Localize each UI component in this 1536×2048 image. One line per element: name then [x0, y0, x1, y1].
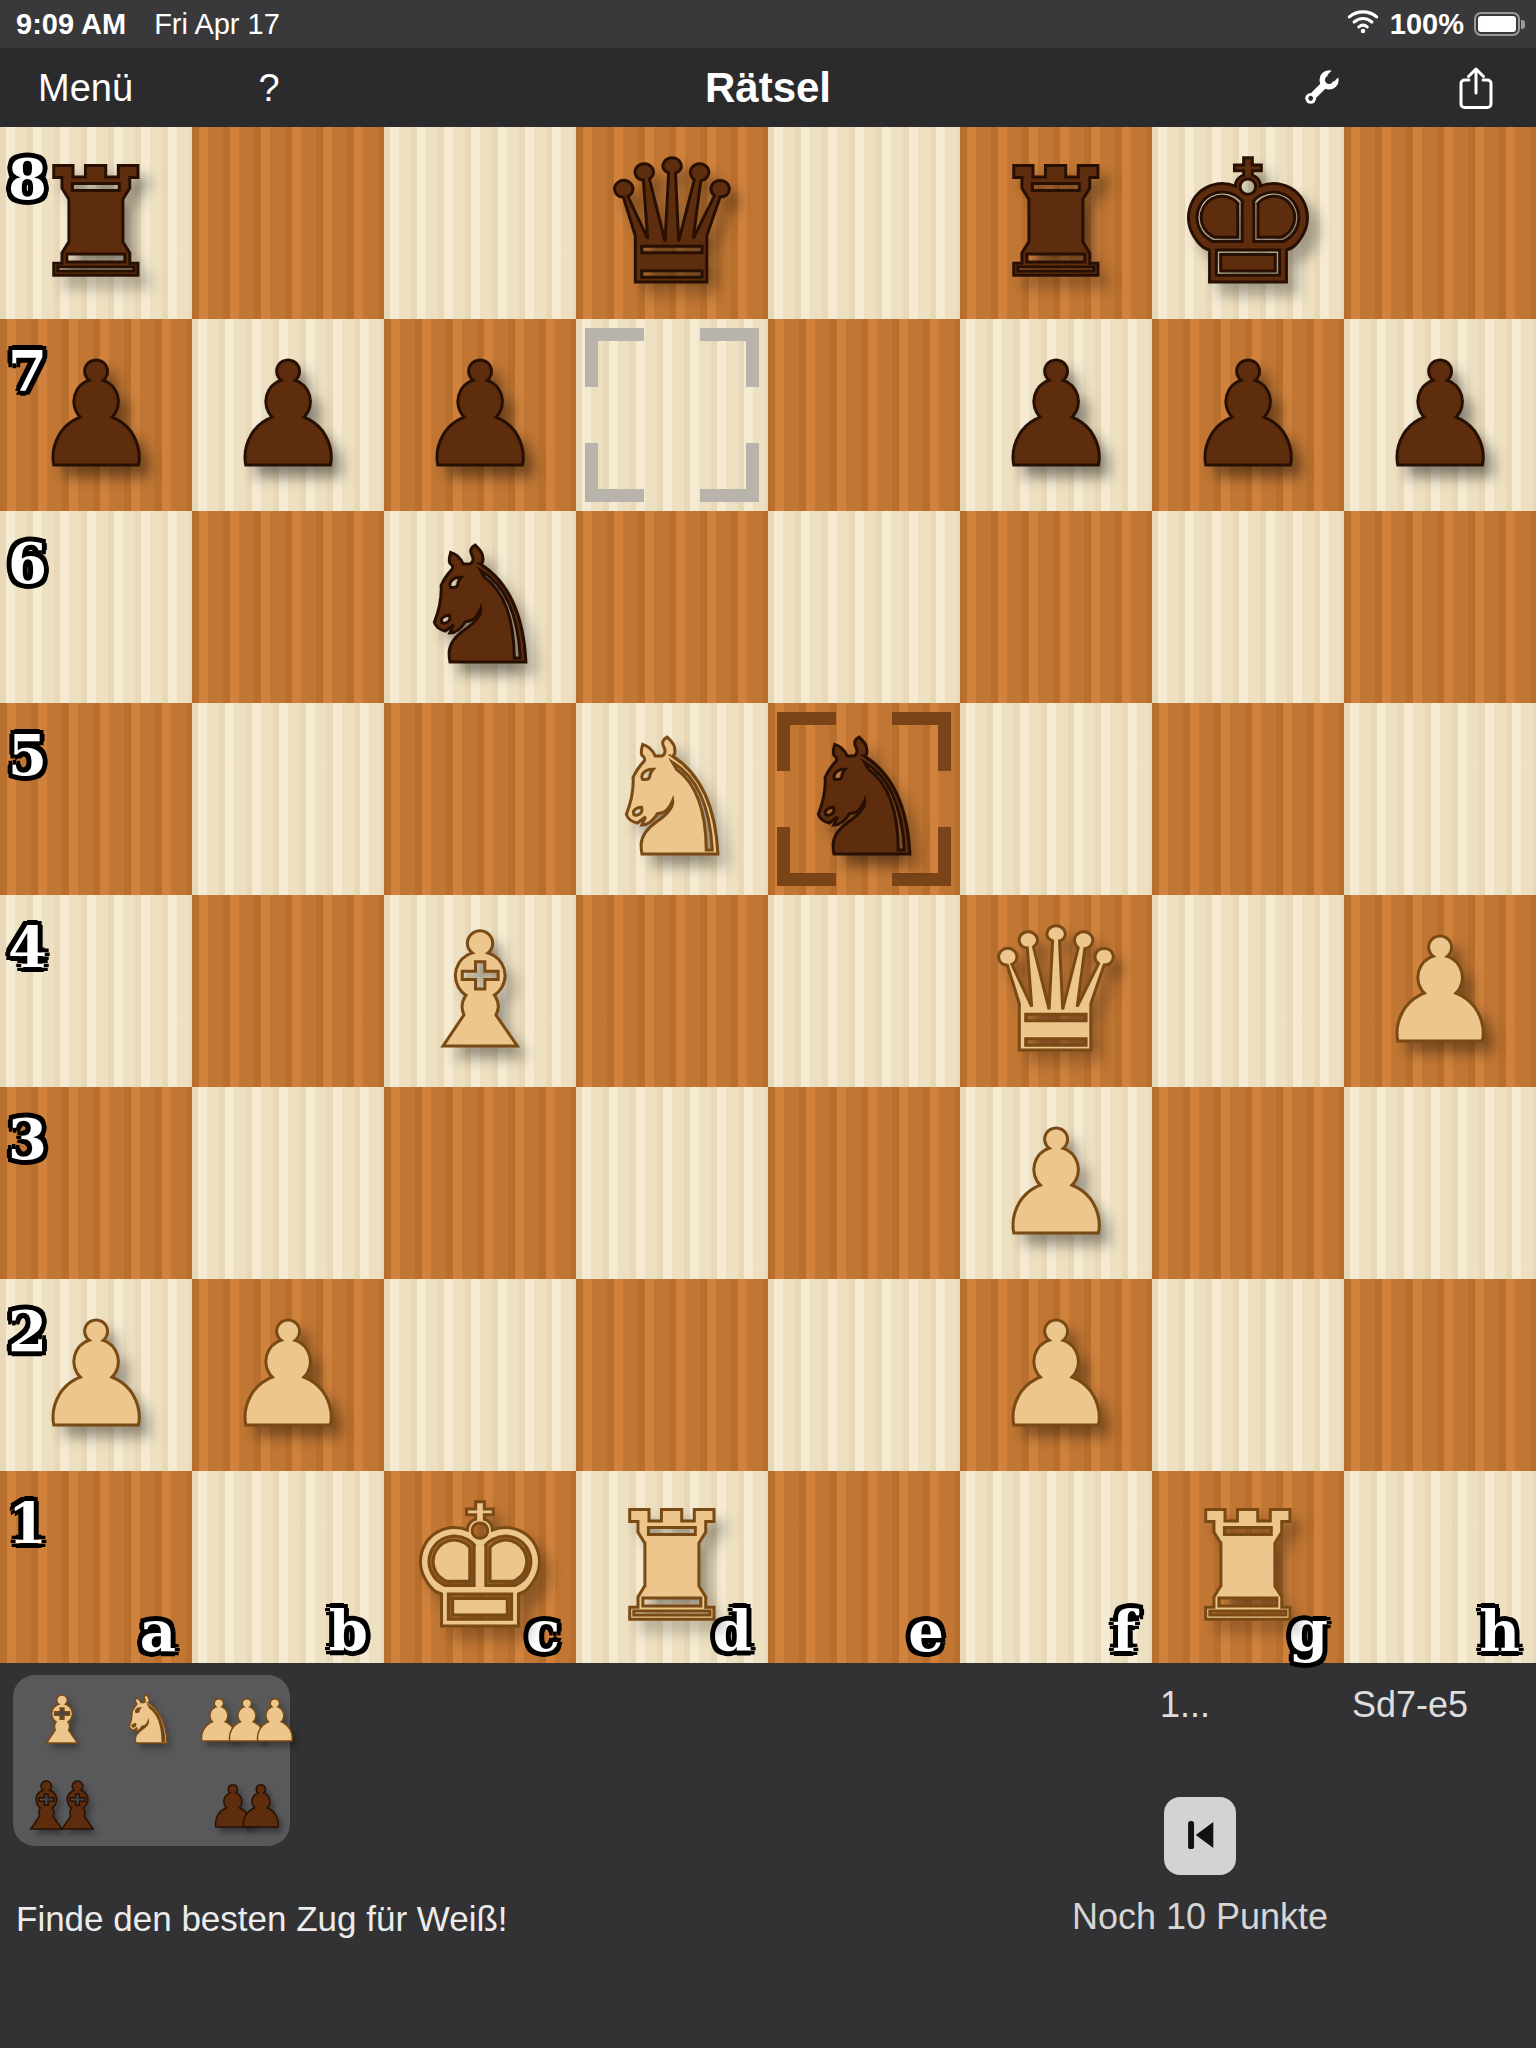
piece-white-pawn: ♟ — [960, 1087, 1152, 1279]
square-e5[interactable]: ♞ — [768, 703, 960, 895]
square-e3[interactable] — [768, 1087, 960, 1279]
square-g1[interactable]: g♜ — [1152, 1471, 1344, 1663]
captured-black-pawns: ♟♟ — [207, 1778, 287, 1836]
square-b5[interactable] — [192, 703, 384, 895]
piece-black-knight: ♞ — [384, 511, 576, 703]
piece-black-king: ♚ — [1152, 127, 1344, 319]
square-a1[interactable]: 1a — [0, 1471, 192, 1663]
square-d7[interactable] — [576, 319, 768, 511]
square-d8[interactable]: ♛ — [576, 127, 768, 319]
square-b3[interactable] — [192, 1087, 384, 1279]
square-b8[interactable] — [192, 127, 384, 319]
square-e1[interactable]: e — [768, 1471, 960, 1663]
square-d3[interactable] — [576, 1087, 768, 1279]
captured-white-bishop: ♝ — [32, 1688, 91, 1754]
square-c6[interactable]: ♞ — [384, 511, 576, 703]
battery-percent: 100% — [1390, 8, 1464, 41]
square-f2[interactable]: ♟ — [960, 1279, 1152, 1471]
square-d5[interactable]: ♞ — [576, 703, 768, 895]
piece-white-pawn: ♟ — [960, 1279, 1152, 1471]
piece-white-pawn: ♟ — [192, 1279, 384, 1471]
square-c7[interactable]: ♟ — [384, 319, 576, 511]
square-c4[interactable]: ♝ — [384, 895, 576, 1087]
file-label: a — [140, 1603, 176, 1659]
rank-label: 6 — [8, 535, 47, 591]
captured-pieces-tray: ♝♞♟♟♟♝♝♟♟ — [13, 1675, 290, 1846]
square-d6[interactable] — [576, 511, 768, 703]
square-f6[interactable] — [960, 511, 1152, 703]
chess-board: 8♜♛♜♚7♟♟♟♟♟♟6♞5♞♞4♝♛♟3♟2♟♟♟1abc♚d♜efg♜h — [0, 127, 1536, 1663]
square-h3[interactable] — [1344, 1087, 1536, 1279]
square-g8[interactable]: ♚ — [1152, 127, 1344, 319]
square-a8[interactable]: 8♜ — [0, 127, 192, 319]
rank-label: 1 — [8, 1495, 47, 1551]
rank-label: 3 — [8, 1111, 47, 1167]
square-h1[interactable]: h — [1344, 1471, 1536, 1663]
file-label: e — [908, 1603, 944, 1659]
square-h8[interactable] — [1344, 127, 1536, 319]
settings-wrench-icon[interactable] — [1296, 63, 1346, 113]
piece-white-rook: ♜ — [1152, 1471, 1344, 1663]
square-f3[interactable]: ♟ — [960, 1087, 1152, 1279]
piece-black-pawn: ♟ — [1344, 319, 1536, 511]
square-a5[interactable]: 5 — [0, 703, 192, 895]
square-g7[interactable]: ♟ — [1152, 319, 1344, 511]
captured-white-pawns: ♟♟♟ — [193, 1692, 301, 1750]
last-move: Sd7-e5 — [1352, 1684, 1468, 1726]
piece-white-knight: ♞ — [576, 703, 768, 895]
battery-icon — [1474, 12, 1520, 36]
nav-bar: Menü ? Rätsel — [0, 48, 1536, 127]
square-b7[interactable]: ♟ — [192, 319, 384, 511]
square-b1[interactable]: b — [192, 1471, 384, 1663]
square-a7[interactable]: 7♟ — [0, 319, 192, 511]
square-c8[interactable] — [384, 127, 576, 319]
square-e7[interactable] — [768, 319, 960, 511]
square-f4[interactable]: ♛ — [960, 895, 1152, 1087]
piece-black-pawn: ♟ — [1152, 319, 1344, 511]
clock-time: 9:09 AM — [16, 8, 126, 41]
square-f8[interactable]: ♜ — [960, 127, 1152, 319]
captured-white-knight: ♞ — [118, 1688, 177, 1754]
square-g4[interactable] — [1152, 895, 1344, 1087]
piece-black-pawn: ♟ — [960, 319, 1152, 511]
skip-to-start-icon — [1179, 1811, 1221, 1862]
piece-black-rook: ♜ — [0, 127, 192, 319]
piece-black-pawn: ♟ — [384, 319, 576, 511]
rank-label: 5 — [8, 727, 47, 783]
file-label: b — [329, 1603, 368, 1659]
move-number: 1... — [1160, 1684, 1210, 1726]
piece-white-bishop: ♝ — [384, 895, 576, 1087]
square-e4[interactable] — [768, 895, 960, 1087]
square-a3[interactable]: 3 — [0, 1087, 192, 1279]
file-label: f — [1112, 1603, 1136, 1659]
square-g3[interactable] — [1152, 1087, 1344, 1279]
square-d1[interactable]: d♜ — [576, 1471, 768, 1663]
piece-black-pawn: ♟ — [0, 319, 192, 511]
square-a6[interactable]: 6 — [0, 511, 192, 703]
piece-black-knight: ♞ — [768, 703, 960, 895]
square-h6[interactable] — [1344, 511, 1536, 703]
square-d4[interactable] — [576, 895, 768, 1087]
square-b2[interactable]: ♟ — [192, 1279, 384, 1471]
square-e2[interactable] — [768, 1279, 960, 1471]
status-bar: 9:09 AM Fri Apr 17 100% — [0, 0, 1536, 48]
piece-black-rook: ♜ — [960, 127, 1152, 319]
square-g6[interactable] — [1152, 511, 1344, 703]
wifi-icon — [1346, 8, 1380, 41]
piece-white-king: ♚ — [384, 1471, 576, 1663]
piece-white-queen: ♛ — [960, 895, 1152, 1087]
square-c1[interactable]: c♚ — [384, 1471, 576, 1663]
points-remaining: Noch 10 Punkte — [1000, 1896, 1400, 1938]
square-c2[interactable] — [384, 1279, 576, 1471]
file-label: h — [1479, 1603, 1520, 1659]
piece-black-queen: ♛ — [576, 127, 768, 319]
square-c3[interactable] — [384, 1087, 576, 1279]
clock-date: Fri Apr 17 — [154, 8, 280, 41]
skip-to-start-button[interactable] — [1164, 1797, 1236, 1875]
square-h7[interactable]: ♟ — [1344, 319, 1536, 511]
puzzle-instruction: Finde den besten Zug für Weiß! — [16, 1899, 508, 1939]
captured-black-bishops: ♝♝ — [17, 1774, 107, 1840]
share-icon[interactable] — [1452, 62, 1500, 114]
square-b4[interactable] — [192, 895, 384, 1087]
square-f5[interactable] — [960, 703, 1152, 895]
square-f1[interactable]: f — [960, 1471, 1152, 1663]
rank-label: 4 — [8, 919, 47, 975]
square-a2[interactable]: 2♟ — [0, 1279, 192, 1471]
square-g5[interactable] — [1152, 703, 1344, 895]
square-b6[interactable] — [192, 511, 384, 703]
piece-white-pawn: ♟ — [1344, 895, 1536, 1087]
square-h5[interactable] — [1344, 703, 1536, 895]
square-e6[interactable] — [768, 511, 960, 703]
piece-white-pawn: ♟ — [0, 1279, 192, 1471]
square-a4[interactable]: 4 — [0, 895, 192, 1087]
square-f7[interactable]: ♟ — [960, 319, 1152, 511]
square-c5[interactable] — [384, 703, 576, 895]
piece-black-pawn: ♟ — [192, 319, 384, 511]
piece-white-rook: ♜ — [576, 1471, 768, 1663]
square-h4[interactable]: ♟ — [1344, 895, 1536, 1087]
square-g2[interactable] — [1152, 1279, 1344, 1471]
square-d2[interactable] — [576, 1279, 768, 1471]
square-e8[interactable] — [768, 127, 960, 319]
move-highlight-d7 — [585, 328, 759, 502]
square-h2[interactable] — [1344, 1279, 1536, 1471]
